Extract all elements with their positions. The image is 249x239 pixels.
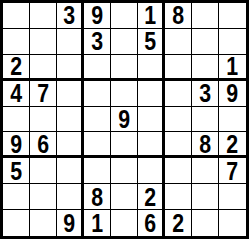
given-digit: 8 bbox=[199, 132, 211, 156]
sudoku-cell-r2c6[interactable]: 5 bbox=[138, 29, 165, 55]
sudoku-cell-r1c5[interactable] bbox=[111, 3, 138, 29]
sudoku-cell-r6c6[interactable] bbox=[138, 132, 165, 158]
given-digit: 5 bbox=[10, 158, 22, 183]
sudoku-cell-r3c9[interactable]: 1 bbox=[219, 55, 246, 81]
sudoku-cell-r2c3[interactable] bbox=[57, 29, 84, 55]
sudoku-cell-r8c8[interactable] bbox=[192, 184, 219, 210]
sudoku-cell-r1c7[interactable]: 8 bbox=[165, 3, 192, 29]
sudoku-cell-r5c1[interactable] bbox=[3, 107, 30, 133]
sudoku-cell-r2c1[interactable] bbox=[3, 29, 30, 55]
given-digit: 3 bbox=[63, 3, 75, 28]
sudoku-cell-r6c7[interactable] bbox=[165, 132, 192, 158]
given-digit: 6 bbox=[144, 210, 156, 236]
sudoku-cell-r9c4[interactable]: 1 bbox=[84, 210, 111, 236]
sudoku-cell-r9c1[interactable] bbox=[3, 210, 30, 236]
sudoku-cell-r5c2[interactable] bbox=[30, 107, 57, 133]
sudoku-cell-r1c2[interactable] bbox=[30, 3, 57, 29]
given-digit: 1 bbox=[91, 210, 103, 236]
given-digit: 1 bbox=[227, 55, 239, 79]
given-digit: 2 bbox=[144, 184, 156, 209]
sudoku-cell-r8c5[interactable] bbox=[111, 184, 138, 210]
given-digit: 3 bbox=[199, 81, 211, 106]
given-digit: 6 bbox=[37, 132, 49, 156]
given-digit: 9 bbox=[227, 81, 239, 106]
sudoku-cell-r7c9[interactable]: 7 bbox=[219, 158, 246, 184]
sudoku-cell-r5c5[interactable]: 9 bbox=[111, 107, 138, 133]
given-digit: 2 bbox=[10, 55, 22, 79]
sudoku-cell-r2c2[interactable] bbox=[30, 29, 57, 55]
sudoku-cell-r2c8[interactable] bbox=[192, 29, 219, 55]
sudoku-cell-r8c7[interactable] bbox=[165, 184, 192, 210]
sudoku-cell-r1c4[interactable]: 9 bbox=[84, 3, 111, 29]
sudoku-cell-r1c9[interactable] bbox=[219, 3, 246, 29]
sudoku-cell-r9c8[interactable] bbox=[192, 210, 219, 236]
sudoku-cell-r3c7[interactable] bbox=[165, 55, 192, 81]
sudoku-cell-r7c3[interactable] bbox=[57, 158, 84, 184]
sudoku-cell-r9c7[interactable]: 2 bbox=[165, 210, 192, 236]
sudoku-cell-r9c9[interactable] bbox=[219, 210, 246, 236]
sudoku-cell-r4c3[interactable] bbox=[57, 81, 84, 107]
given-digit: 3 bbox=[91, 29, 103, 54]
given-digit: 1 bbox=[144, 3, 156, 28]
sudoku-cell-r9c3[interactable]: 9 bbox=[57, 210, 84, 236]
sudoku-cell-r3c2[interactable] bbox=[30, 55, 57, 81]
sudoku-cell-r8c3[interactable] bbox=[57, 184, 84, 210]
sudoku-cell-r2c9[interactable] bbox=[219, 29, 246, 55]
sudoku-cell-r4c4[interactable] bbox=[84, 81, 111, 107]
sudoku-cell-r5c7[interactable] bbox=[165, 107, 192, 133]
given-digit: 7 bbox=[227, 158, 239, 183]
sudoku-cell-r2c4[interactable]: 3 bbox=[84, 29, 111, 55]
sudoku-cell-r2c5[interactable] bbox=[111, 29, 138, 55]
sudoku-cell-r6c1[interactable]: 9 bbox=[3, 132, 30, 158]
sudoku-cell-r4c7[interactable] bbox=[165, 81, 192, 107]
sudoku-cell-r3c8[interactable] bbox=[192, 55, 219, 81]
sudoku-cell-r6c2[interactable]: 6 bbox=[30, 132, 57, 158]
sudoku-cell-r8c6[interactable]: 2 bbox=[138, 184, 165, 210]
sudoku-cell-r5c8[interactable] bbox=[192, 107, 219, 133]
sudoku-cell-r1c8[interactable] bbox=[192, 3, 219, 29]
sudoku-cell-r1c6[interactable]: 1 bbox=[138, 3, 165, 29]
sudoku-cell-r6c9[interactable]: 2 bbox=[219, 132, 246, 158]
sudoku-cell-r5c6[interactable] bbox=[138, 107, 165, 133]
sudoku-cell-r9c2[interactable] bbox=[30, 210, 57, 236]
sudoku-cell-r5c4[interactable] bbox=[84, 107, 111, 133]
sudoku-cell-r6c3[interactable] bbox=[57, 132, 84, 158]
sudoku-cell-r3c3[interactable] bbox=[57, 55, 84, 81]
sudoku-cell-r3c4[interactable] bbox=[84, 55, 111, 81]
sudoku-cell-r3c1[interactable]: 2 bbox=[3, 55, 30, 81]
sudoku-cell-r4c5[interactable] bbox=[111, 81, 138, 107]
sudoku-cell-r7c5[interactable] bbox=[111, 158, 138, 184]
sudoku-cell-r6c5[interactable] bbox=[111, 132, 138, 158]
sudoku-cell-r5c9[interactable] bbox=[219, 107, 246, 133]
sudoku-cell-r6c8[interactable]: 8 bbox=[192, 132, 219, 158]
sudoku-cell-r7c8[interactable] bbox=[192, 158, 219, 184]
given-digit: 8 bbox=[172, 3, 184, 28]
sudoku-cell-r7c1[interactable]: 5 bbox=[3, 158, 30, 184]
sudoku-cell-r8c2[interactable] bbox=[30, 184, 57, 210]
given-digit: 8 bbox=[91, 184, 103, 209]
sudoku-cell-r4c9[interactable]: 9 bbox=[219, 81, 246, 107]
given-digit: 4 bbox=[10, 81, 22, 106]
sudoku-cell-r4c2[interactable]: 7 bbox=[30, 81, 57, 107]
sudoku-cell-r7c7[interactable] bbox=[165, 158, 192, 184]
sudoku-cell-r2c7[interactable] bbox=[165, 29, 192, 55]
sudoku-cell-r8c9[interactable] bbox=[219, 184, 246, 210]
sudoku-cell-r4c8[interactable]: 3 bbox=[192, 81, 219, 107]
sudoku-cell-r8c1[interactable] bbox=[3, 184, 30, 210]
sudoku-cell-r9c6[interactable]: 6 bbox=[138, 210, 165, 236]
sudoku-cell-r7c4[interactable] bbox=[84, 158, 111, 184]
given-digit: 2 bbox=[227, 132, 239, 156]
sudoku-cell-r1c1[interactable] bbox=[3, 3, 30, 29]
given-digit: 9 bbox=[118, 107, 130, 132]
sudoku-cell-r7c2[interactable] bbox=[30, 158, 57, 184]
sudoku-cell-r3c6[interactable] bbox=[138, 55, 165, 81]
sudoku-cell-r3c5[interactable] bbox=[111, 55, 138, 81]
given-digit: 2 bbox=[172, 210, 184, 236]
given-digit: 7 bbox=[37, 81, 49, 106]
given-digit: 5 bbox=[144, 29, 156, 54]
sudoku-cell-r8c4[interactable]: 8 bbox=[84, 184, 111, 210]
sudoku-cell-r6c4[interactable] bbox=[84, 132, 111, 158]
sudoku-cell-r5c3[interactable] bbox=[57, 107, 84, 133]
sudoku-board: 3918352147399968257829162 bbox=[0, 0, 249, 239]
sudoku-cell-r1c3[interactable]: 3 bbox=[57, 3, 84, 29]
sudoku-cell-r9c5[interactable] bbox=[111, 210, 138, 236]
sudoku-cell-r7c6[interactable] bbox=[138, 158, 165, 184]
sudoku-cell-r4c1[interactable]: 4 bbox=[3, 81, 30, 107]
sudoku-cell-r4c6[interactable] bbox=[138, 81, 165, 107]
given-digit: 9 bbox=[91, 3, 103, 28]
given-digit: 9 bbox=[10, 132, 22, 156]
given-digit: 9 bbox=[63, 210, 75, 236]
